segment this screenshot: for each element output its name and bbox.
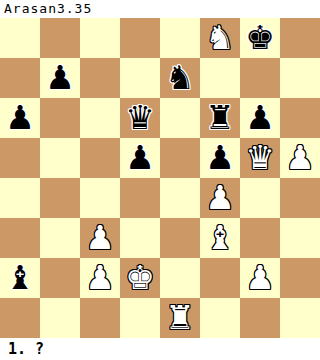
square-h1[interactable] [280, 298, 320, 338]
piece-white-king[interactable]: ♚ [125, 258, 155, 298]
square-c6[interactable] [80, 98, 120, 138]
square-g5[interactable]: ♛ [240, 138, 280, 178]
square-d8[interactable] [120, 18, 160, 58]
square-g3[interactable] [240, 218, 280, 258]
piece-black-queen[interactable]: ♛ [125, 98, 155, 138]
piece-black-pawn[interactable]: ♟ [245, 98, 275, 138]
piece-white-bishop[interactable]: ♝ [205, 218, 235, 258]
square-b2[interactable] [40, 258, 80, 298]
square-c8[interactable] [80, 18, 120, 58]
square-h2[interactable] [280, 258, 320, 298]
square-a6[interactable]: ♟ [0, 98, 40, 138]
square-b1[interactable] [40, 298, 80, 338]
square-a1[interactable] [0, 298, 40, 338]
square-c1[interactable] [80, 298, 120, 338]
square-c7[interactable] [80, 58, 120, 98]
square-b8[interactable] [40, 18, 80, 58]
piece-black-pawn[interactable]: ♟ [5, 98, 35, 138]
square-a2[interactable]: ♝ [0, 258, 40, 298]
square-c3[interactable]: ♟ [80, 218, 120, 258]
piece-white-pawn[interactable]: ♟ [85, 218, 115, 258]
piece-black-knight[interactable]: ♞ [165, 58, 195, 98]
square-d2[interactable]: ♚ [120, 258, 160, 298]
square-g4[interactable] [240, 178, 280, 218]
square-h5[interactable]: ♟ [280, 138, 320, 178]
square-d1[interactable] [120, 298, 160, 338]
square-g6[interactable]: ♟ [240, 98, 280, 138]
square-e2[interactable] [160, 258, 200, 298]
square-e5[interactable] [160, 138, 200, 178]
piece-black-pawn[interactable]: ♟ [45, 58, 75, 98]
square-c5[interactable] [80, 138, 120, 178]
square-f8[interactable]: ♞ [200, 18, 240, 58]
square-a8[interactable] [0, 18, 40, 58]
square-e3[interactable] [160, 218, 200, 258]
piece-white-pawn[interactable]: ♟ [205, 178, 235, 218]
square-c2[interactable]: ♟ [80, 258, 120, 298]
square-f5[interactable]: ♟ [200, 138, 240, 178]
square-e7[interactable]: ♞ [160, 58, 200, 98]
square-b6[interactable] [40, 98, 80, 138]
piece-white-pawn[interactable]: ♟ [245, 258, 275, 298]
square-g7[interactable] [240, 58, 280, 98]
piece-white-pawn[interactable]: ♟ [85, 258, 115, 298]
square-g2[interactable]: ♟ [240, 258, 280, 298]
piece-black-king[interactable]: ♚ [245, 18, 275, 58]
square-e6[interactable] [160, 98, 200, 138]
square-d4[interactable] [120, 178, 160, 218]
square-e1[interactable]: ♜ [160, 298, 200, 338]
square-h8[interactable] [280, 18, 320, 58]
square-e4[interactable] [160, 178, 200, 218]
square-f4[interactable]: ♟ [200, 178, 240, 218]
square-h3[interactable] [280, 218, 320, 258]
square-b3[interactable] [40, 218, 80, 258]
piece-black-pawn[interactable]: ♟ [205, 138, 235, 178]
square-a7[interactable] [0, 58, 40, 98]
square-d6[interactable]: ♛ [120, 98, 160, 138]
square-e8[interactable] [160, 18, 200, 58]
square-d3[interactable] [120, 218, 160, 258]
square-f3[interactable]: ♝ [200, 218, 240, 258]
square-f7[interactable] [200, 58, 240, 98]
window-title: Arasan3.35 [0, 0, 320, 18]
square-h6[interactable] [280, 98, 320, 138]
square-a4[interactable] [0, 178, 40, 218]
move-prompt: 1. ? [0, 338, 320, 360]
square-c4[interactable] [80, 178, 120, 218]
square-a5[interactable] [0, 138, 40, 178]
square-b5[interactable] [40, 138, 80, 178]
square-h4[interactable] [280, 178, 320, 218]
square-g1[interactable] [240, 298, 280, 338]
piece-white-queen[interactable]: ♛ [245, 138, 275, 178]
square-f6[interactable]: ♜ [200, 98, 240, 138]
square-g8[interactable]: ♚ [240, 18, 280, 58]
piece-white-pawn[interactable]: ♟ [285, 138, 315, 178]
piece-black-rook[interactable]: ♜ [205, 98, 235, 138]
piece-black-bishop[interactable]: ♝ [5, 258, 35, 298]
square-a3[interactable] [0, 218, 40, 258]
square-b4[interactable] [40, 178, 80, 218]
piece-white-knight[interactable]: ♞ [205, 18, 235, 58]
square-h7[interactable] [280, 58, 320, 98]
square-f2[interactable] [200, 258, 240, 298]
square-f1[interactable] [200, 298, 240, 338]
square-d5[interactable]: ♟ [120, 138, 160, 178]
xboard-window: Arasan3.35 ♞♚♟♞♟♛♜♟♟♟♛♟♟♟♝♝♟♚♟♜ 1. ? [0, 0, 320, 360]
piece-black-pawn[interactable]: ♟ [125, 138, 155, 178]
piece-white-rook[interactable]: ♜ [165, 298, 195, 338]
square-d7[interactable] [120, 58, 160, 98]
chess-board: ♞♚♟♞♟♛♜♟♟♟♛♟♟♟♝♝♟♚♟♜ [0, 18, 320, 338]
square-b7[interactable]: ♟ [40, 58, 80, 98]
